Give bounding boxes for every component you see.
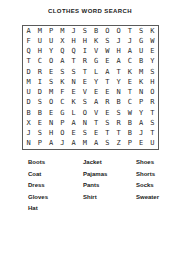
grid-cell-r12c9: Z: [113, 139, 124, 149]
grid-cell-r1c5: J: [68, 26, 79, 36]
grid-cell-r6c2: I: [34, 77, 45, 87]
grid-cell-r7c5: E: [68, 88, 79, 98]
grid-cell-r6c7: Y: [91, 77, 102, 87]
grid-cell-r10c9: R: [113, 118, 124, 128]
grid-cell-r10c2: E: [34, 118, 45, 128]
grid-cell-r10c6: N: [79, 118, 90, 128]
grid-cell-r1c6: S: [79, 26, 90, 36]
grid-cell-r7c10: T: [124, 88, 135, 98]
word-list-item-coat: Coat: [28, 169, 48, 181]
grid-cell-r10c12: S: [147, 118, 158, 128]
grid-cell-r11c12: T: [147, 129, 158, 139]
grid-cell-r1c9: O: [113, 26, 124, 36]
word-list-item-socks: Socks: [136, 180, 159, 192]
grid-cell-r4c8: E: [102, 57, 113, 67]
grid-cell-r7c4: F: [57, 88, 68, 98]
grid-cell-r5c11: M: [136, 67, 147, 77]
grid-cell-r10c10: B: [124, 118, 135, 128]
grid-cell-r8c2: S: [34, 98, 45, 108]
grid-cell-r4c12: Y: [147, 57, 158, 67]
grid-cell-r10c1: X: [23, 118, 34, 128]
grid-cell-r9c8: E: [102, 108, 113, 118]
grid-cell-r3c2: H: [34, 47, 45, 57]
grid-cell-r1c3: P: [46, 26, 57, 36]
grid-cell-r11c6: S: [79, 129, 90, 139]
grid-cell-r5c3: E: [46, 67, 57, 77]
grid-cell-r12c4: J: [57, 139, 68, 149]
grid-cell-r8c3: O: [46, 98, 57, 108]
grid-cell-r7c11: N: [136, 88, 147, 98]
grid-cell-r9c6: O: [79, 108, 90, 118]
grid-cell-r11c9: T: [113, 129, 124, 139]
grid-cell-r11c1: J: [23, 129, 34, 139]
grid-cell-r1c12: K: [147, 26, 158, 36]
grid-cell-r12c2: P: [34, 139, 45, 149]
word-list-item-dress: Dress: [28, 180, 48, 192]
grid-cell-r9c2: B: [34, 108, 45, 118]
grid-cell-r12c10: P: [124, 139, 135, 149]
grid-cell-r2c4: X: [57, 36, 68, 46]
word-list-item-shoes: Shoes: [136, 157, 159, 169]
grid-cell-r10c7: T: [91, 118, 102, 128]
grid-cell-r12c6: M: [79, 139, 90, 149]
grid-cell-r8c7: A: [91, 98, 102, 108]
grid-cell-r4c3: O: [46, 57, 57, 67]
grid-cell-r2c1: F: [23, 36, 34, 46]
grid-cell-r2c7: K: [91, 36, 102, 46]
grid-cell-r8c1: D: [23, 98, 34, 108]
word-list-item-pants: Pants: [83, 180, 107, 192]
grid-cell-r1c7: B: [91, 26, 102, 36]
puzzle-title: CLOTHES WORD SEARCH: [0, 8, 180, 14]
grid-cell-r8c10: C: [124, 98, 135, 108]
grid-cell-r7c7: E: [91, 88, 102, 98]
grid-cell-r5c10: K: [124, 67, 135, 77]
grid-cell-r4c1: T: [23, 57, 34, 67]
grid-cell-r4c6: R: [79, 57, 90, 67]
grid-cell-r6c9: Y: [113, 77, 124, 87]
grid-cell-r12c1: N: [23, 139, 34, 149]
word-search-grid: AMPMJSBOOTSKFUUXHHKSJJGWQHYQQIVWHAUETCOA…: [22, 25, 159, 150]
grid-cell-r11c7: E: [91, 129, 102, 139]
grid-cell-r6c12: H: [147, 77, 158, 87]
grid-cell-r5c7: L: [91, 67, 102, 77]
grid-cell-r6c6: E: [79, 77, 90, 87]
word-list-item-sweater: Sweater: [136, 192, 159, 204]
grid-cell-r8c8: R: [102, 98, 113, 108]
grid-cell-r3c8: W: [102, 47, 113, 57]
grid-cell-r1c2: M: [34, 26, 45, 36]
grid-cell-r6c3: S: [46, 77, 57, 87]
grid-cell-r1c10: T: [124, 26, 135, 36]
grid-cell-r1c11: S: [136, 26, 147, 36]
grid-cell-r2c3: U: [46, 36, 57, 46]
grid-cell-r12c12: U: [147, 139, 158, 149]
grid-cell-r7c12: O: [147, 88, 158, 98]
grid-cell-r2c6: H: [79, 36, 90, 46]
grid-cell-r2c12: W: [147, 36, 158, 46]
word-list-column-2: JacketPajamasPantsShirt: [83, 157, 107, 203]
grid-cell-r5c5: S: [68, 67, 79, 77]
grid-cell-r10c4: P: [57, 118, 68, 128]
word-list-column-3: ShoesShortsSocksSweater: [136, 157, 159, 203]
grid-cell-r3c3: Y: [46, 47, 57, 57]
grid-cell-r7c9: N: [113, 88, 124, 98]
grid-cell-r12c7: A: [91, 139, 102, 149]
grid-cell-r4c4: A: [57, 57, 68, 67]
grid-cell-r3c6: I: [79, 47, 90, 57]
grid-cell-r5c9: T: [113, 67, 124, 77]
grid-cell-r10c11: A: [136, 118, 147, 128]
grid-cell-r2c5: H: [68, 36, 79, 46]
grid-cell-r12c8: S: [102, 139, 113, 149]
grid-cell-r4c10: C: [124, 57, 135, 67]
grid-cell-r8c9: B: [113, 98, 124, 108]
word-list-column-1: BootsCoatDressGlovesHat: [28, 157, 48, 215]
grid-cell-r3c12: E: [147, 47, 158, 57]
grid-cell-r9c7: V: [91, 108, 102, 118]
grid-cell-r2c9: J: [113, 36, 124, 46]
grid-cell-r7c2: D: [34, 88, 45, 98]
grid-cell-r2c10: J: [124, 36, 135, 46]
word-list-item-boots: Boots: [28, 157, 48, 169]
grid-cell-r11c3: H: [46, 129, 57, 139]
grid-cell-r12c5: A: [68, 139, 79, 149]
word-list-item-gloves: Gloves: [28, 192, 48, 204]
grid-cell-r6c5: N: [68, 77, 79, 87]
grid-cell-r10c5: A: [68, 118, 79, 128]
word-list-item-hat: Hat: [28, 203, 48, 215]
grid-cell-r5c2: R: [34, 67, 45, 77]
grid-cell-r11c2: S: [34, 129, 45, 139]
grid-cell-r4c5: T: [68, 57, 79, 67]
grid-cell-r5c6: T: [79, 67, 90, 77]
grid-cell-r9c4: G: [57, 108, 68, 118]
grid-cell-r11c11: J: [136, 129, 147, 139]
word-list-item-shirt: Shirt: [83, 192, 107, 204]
grid-cell-r2c8: S: [102, 36, 113, 46]
grid-cell-r7c6: V: [79, 88, 90, 98]
grid-cell-r9c3: E: [46, 108, 57, 118]
grid-cell-r11c4: O: [57, 129, 68, 139]
grid-cell-r1c4: M: [57, 26, 68, 36]
grid-cell-r2c2: U: [34, 36, 45, 46]
grid-cell-r7c1: U: [23, 88, 34, 98]
worksheet-page: CLOTHES WORD SEARCH AMPMJSBOOTSKFUUXHHKS…: [0, 0, 180, 256]
grid-cell-r12c3: A: [46, 139, 57, 149]
grid-cell-r6c8: T: [102, 77, 113, 87]
grid-cell-r6c4: K: [57, 77, 68, 87]
grid-cell-r10c8: S: [102, 118, 113, 128]
grid-cell-r4c7: G: [91, 57, 102, 67]
grid-cell-r7c8: E: [102, 88, 113, 98]
grid-cell-r9c9: S: [113, 108, 124, 118]
grid-cell-r8c12: R: [147, 98, 158, 108]
grid-cell-r2c11: G: [136, 36, 147, 46]
grid-cell-r1c8: O: [102, 26, 113, 36]
grid-cell-r5c1: D: [23, 67, 34, 77]
grid-cell-r1c1: A: [23, 26, 34, 36]
grid-cell-r8c6: S: [79, 98, 90, 108]
grid-cell-r4c2: C: [34, 57, 45, 67]
grid-cell-r9c5: L: [68, 108, 79, 118]
grid-cell-r4c11: B: [136, 57, 147, 67]
grid-cell-r8c5: K: [68, 98, 79, 108]
grid-cell-r8c4: C: [57, 98, 68, 108]
grid-cell-r11c10: B: [124, 129, 135, 139]
grid-cell-r3c7: V: [91, 47, 102, 57]
grid-cell-r4c9: A: [113, 57, 124, 67]
grid-cell-r10c3: N: [46, 118, 57, 128]
grid-cell-r11c5: E: [68, 129, 79, 139]
grid-cell-r5c8: A: [102, 67, 113, 77]
grid-cell-r3c10: A: [124, 47, 135, 57]
grid-cell-r8c11: P: [136, 98, 147, 108]
grid-cell-r7c3: M: [46, 88, 57, 98]
grid-cell-r9c12: T: [147, 108, 158, 118]
grid-cell-r6c10: E: [124, 77, 135, 87]
word-list-item-shorts: Shorts: [136, 169, 159, 181]
grid-cell-r12c11: E: [136, 139, 147, 149]
grid-cell-r3c4: Q: [57, 47, 68, 57]
grid-cell-r9c10: W: [124, 108, 135, 118]
grid-cell-r3c5: Q: [68, 47, 79, 57]
grid-cell-r11c8: T: [102, 129, 113, 139]
grid-cell-r5c12: S: [147, 67, 158, 77]
grid-cell-r3c1: Q: [23, 47, 34, 57]
grid-cell-r9c1: B: [23, 108, 34, 118]
word-list-item-jacket: Jacket: [83, 157, 107, 169]
grid-cell-r6c11: K: [136, 77, 147, 87]
word-list-item-pajamas: Pajamas: [83, 169, 107, 181]
grid-cell-r3c11: U: [136, 47, 147, 57]
grid-cell-r6c1: M: [23, 77, 34, 87]
grid-cell-r9c11: Y: [136, 108, 147, 118]
grid-cell-r5c4: S: [57, 67, 68, 77]
grid-cell-r3c9: H: [113, 47, 124, 57]
